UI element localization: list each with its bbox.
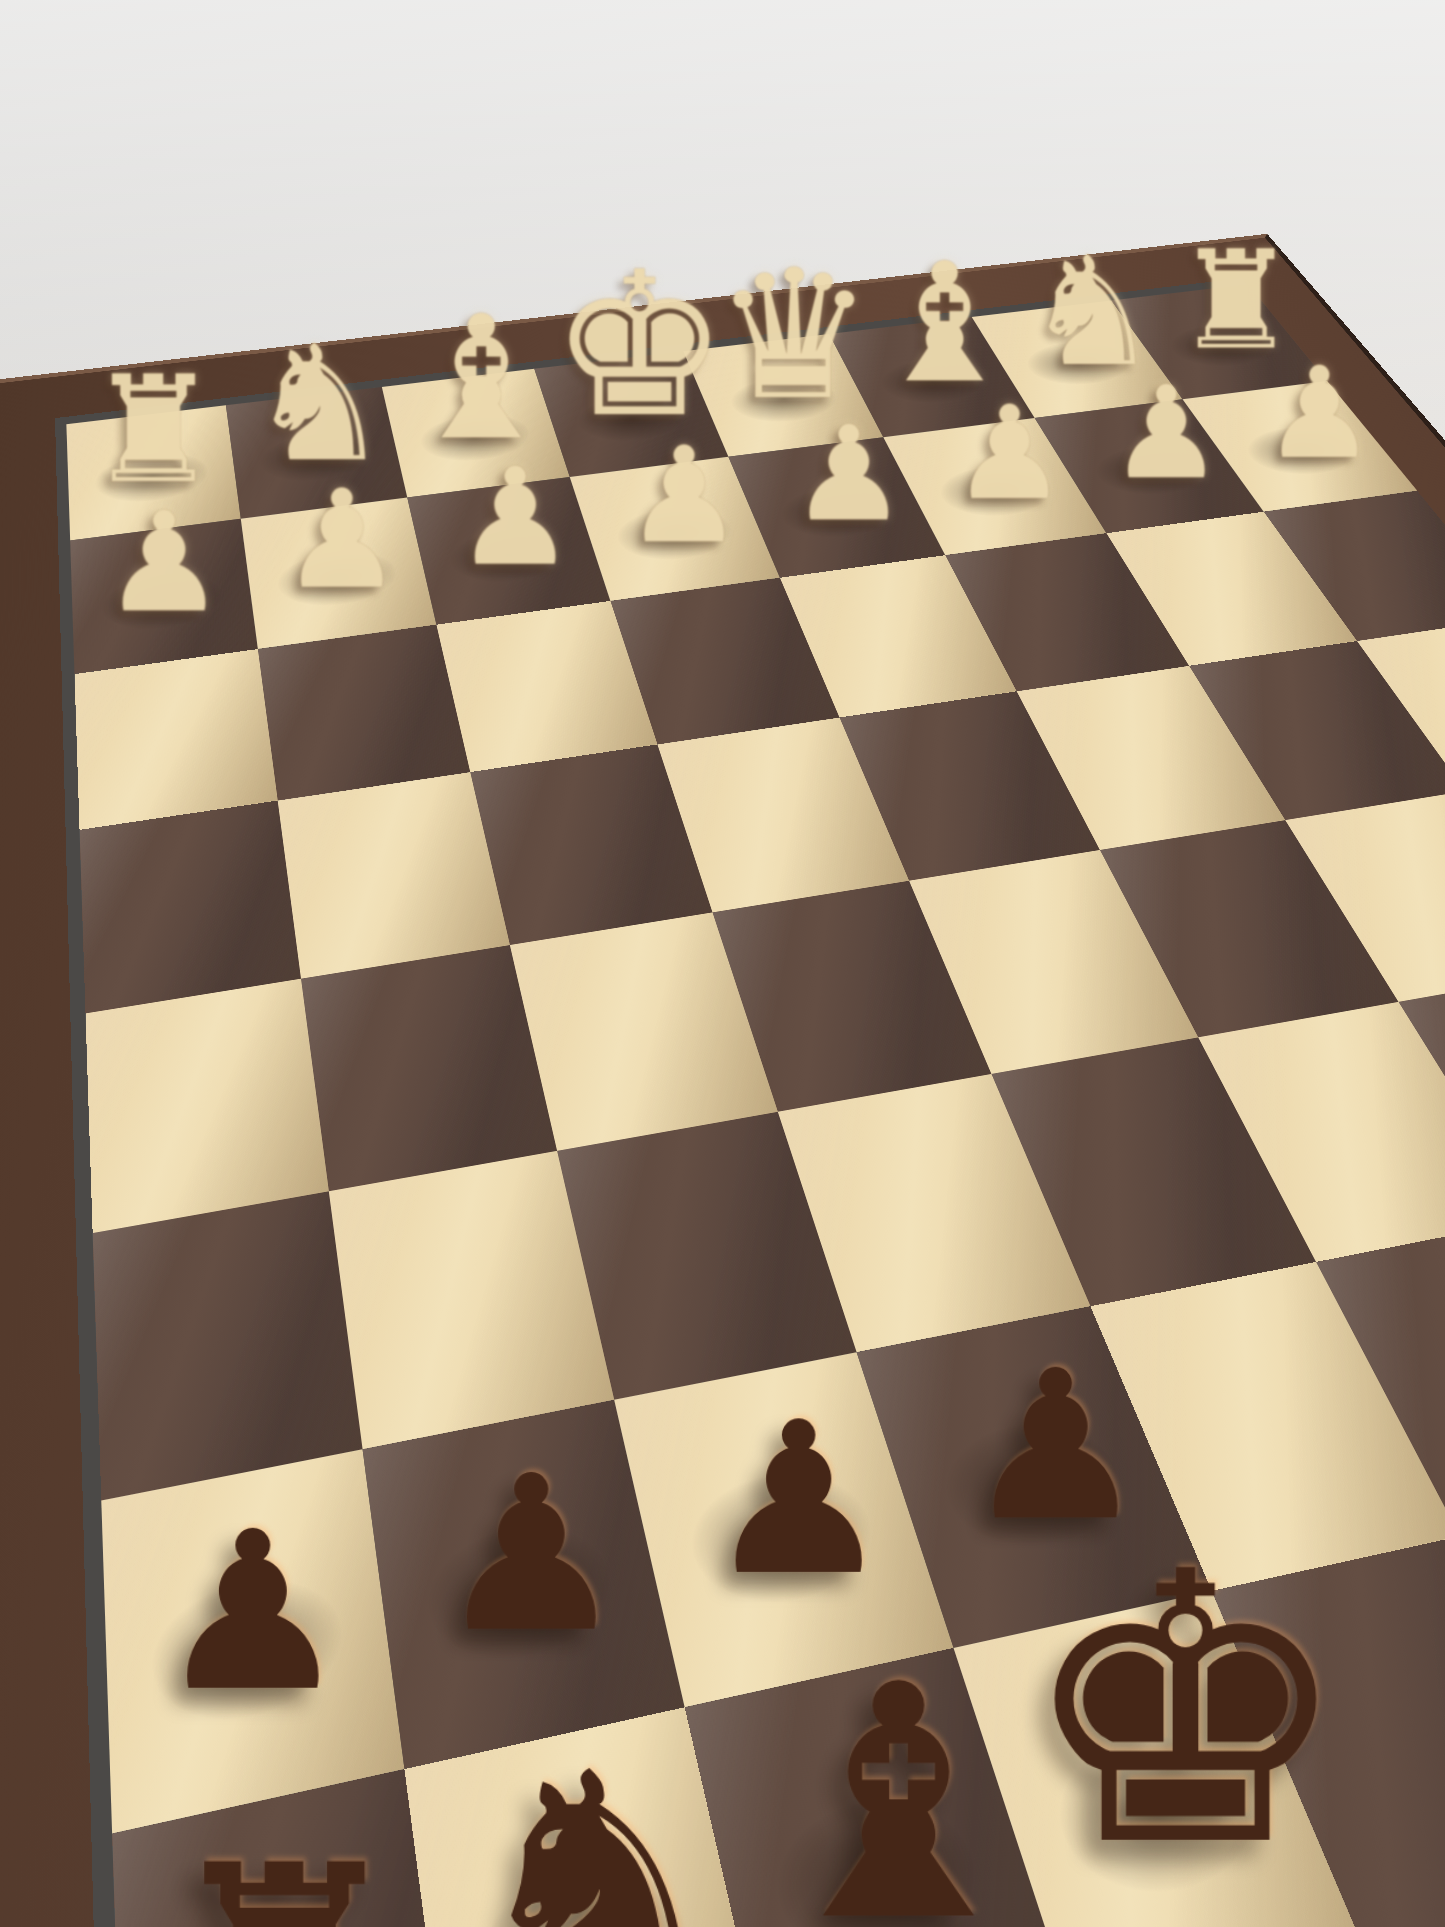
- squares: ♜♞♝♚♛♝♞♜♟♟♟♟♟♟♟♟♟♟♟♟♜♞♝♚: [66, 284, 1445, 1927]
- square-h2[interactable]: ♟: [70, 519, 258, 674]
- square-sheen: [258, 625, 470, 801]
- black-pawn[interactable]: ♟: [0, 1508, 566, 1716]
- black-rook[interactable]: ♜: [0, 1836, 640, 1927]
- square-sheen: [86, 979, 329, 1233]
- square-sheen: [278, 772, 510, 979]
- square-g3[interactable]: [258, 625, 470, 801]
- square-sheen: [80, 801, 301, 1014]
- board-perspective-wrapper: ♜♞♝♚♛♝♞♜♟♟♟♟♟♟♟♟♟♟♟♟♜♞♝♚: [0, 234, 1445, 1927]
- frame-inlay-line: ♜♞♝♚♛♝♞♜♟♟♟♟♟♟♟♟♟♟♟♟♜♞♝♚: [55, 278, 1445, 1927]
- square-sheen: [75, 649, 278, 830]
- chess-board-frame: ♜♞♝♚♛♝♞♜♟♟♟♟♟♟♟♟♟♟♟♟♜♞♝♚: [0, 234, 1445, 1927]
- square-h3[interactable]: [75, 649, 278, 830]
- square-h5[interactable]: [86, 979, 329, 1233]
- square-h4[interactable]: [80, 801, 301, 1014]
- square-g4[interactable]: [278, 772, 510, 979]
- white-pawn[interactable]: ♟: [0, 497, 361, 628]
- photo-scene: ♜♞♝♚♛♝♞♜♟♟♟♟♟♟♟♟♟♟♟♟♜♞♝♚: [0, 0, 1445, 1927]
